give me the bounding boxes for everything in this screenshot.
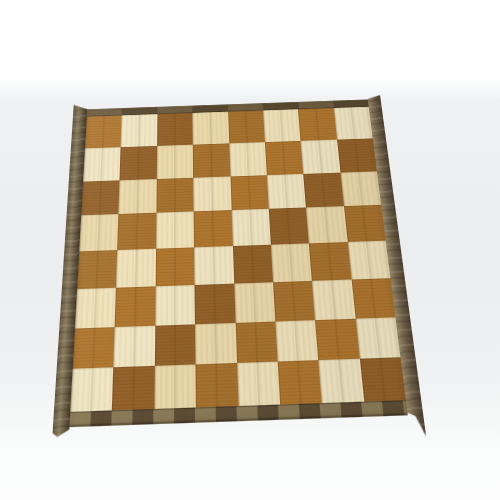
square-b2[interactable]: [114, 325, 155, 367]
square-b5[interactable]: [118, 213, 157, 250]
square-g4[interactable]: [309, 242, 351, 281]
square-a4[interactable]: [77, 250, 117, 289]
square-a8[interactable]: [85, 115, 122, 148]
square-c2[interactable]: [155, 324, 196, 366]
square-h7[interactable]: [337, 138, 377, 172]
square-d8[interactable]: [192, 112, 228, 145]
square-e6[interactable]: [230, 175, 269, 211]
square-g3[interactable]: [312, 279, 355, 319]
square-a5[interactable]: [79, 214, 118, 251]
square-h4[interactable]: [347, 241, 390, 280]
square-g7[interactable]: [301, 139, 340, 173]
square-f8[interactable]: [263, 109, 301, 142]
square-c1[interactable]: [154, 365, 196, 409]
square-h1[interactable]: [359, 358, 405, 402]
square-e7[interactable]: [229, 142, 267, 176]
board-perspective: [53, 99, 423, 428]
square-g5[interactable]: [306, 206, 347, 243]
square-c8[interactable]: [157, 113, 193, 146]
square-b4[interactable]: [116, 249, 156, 288]
square-d7[interactable]: [193, 143, 230, 177]
board-tilt-wrapper: [58, 80, 405, 416]
square-e2[interactable]: [235, 321, 277, 363]
square-b1[interactable]: [112, 366, 154, 410]
square-b3[interactable]: [115, 286, 155, 326]
square-e8[interactable]: [228, 110, 265, 143]
square-a6[interactable]: [81, 180, 120, 216]
square-e3[interactable]: [234, 282, 275, 322]
square-d2[interactable]: [195, 322, 236, 364]
square-c4[interactable]: [155, 247, 194, 286]
board-grid: [70, 107, 406, 412]
square-g8[interactable]: [298, 108, 337, 141]
square-f3[interactable]: [273, 281, 315, 321]
square-a3[interactable]: [75, 287, 116, 328]
square-g2[interactable]: [315, 318, 359, 360]
square-f5[interactable]: [269, 208, 309, 245]
square-f7[interactable]: [265, 141, 304, 175]
square-h3[interactable]: [351, 278, 395, 318]
square-h2[interactable]: [355, 317, 400, 359]
square-c6[interactable]: [156, 177, 193, 213]
square-a1[interactable]: [70, 368, 113, 412]
square-c5[interactable]: [156, 212, 194, 249]
square-e1[interactable]: [237, 362, 280, 406]
square-g1[interactable]: [319, 359, 364, 403]
square-c7[interactable]: [157, 144, 194, 178]
square-h8[interactable]: [333, 107, 372, 140]
photo-background: [0, 0, 500, 500]
square-f6[interactable]: [267, 173, 306, 209]
square-b7[interactable]: [120, 146, 157, 180]
square-b8[interactable]: [121, 114, 157, 147]
square-h6[interactable]: [340, 171, 381, 206]
square-h5[interactable]: [344, 205, 386, 242]
square-a2[interactable]: [73, 327, 115, 369]
square-a7[interactable]: [83, 147, 121, 181]
square-d3[interactable]: [195, 283, 236, 323]
square-e4[interactable]: [232, 245, 272, 284]
square-d4[interactable]: [194, 246, 234, 285]
board-core: [69, 99, 407, 427]
square-f4[interactable]: [271, 243, 312, 282]
square-d6[interactable]: [193, 176, 231, 212]
square-e5[interactable]: [231, 209, 271, 246]
square-g6[interactable]: [303, 172, 343, 207]
square-b6[interactable]: [119, 179, 157, 215]
square-c3[interactable]: [155, 285, 195, 325]
square-d5[interactable]: [194, 210, 233, 247]
square-d1[interactable]: [196, 363, 238, 407]
square-f1[interactable]: [278, 360, 322, 404]
square-f2[interactable]: [275, 320, 318, 362]
